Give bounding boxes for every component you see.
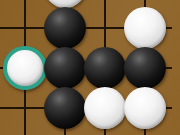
black-stone: [84, 47, 126, 89]
black-stone: [44, 87, 86, 129]
go-game-screenshot: [0, 0, 180, 135]
white-stone: [84, 87, 126, 129]
black-stone: [44, 7, 86, 49]
go-board[interactable]: [0, 0, 180, 135]
white-stone: [124, 7, 166, 49]
black-stone: [44, 47, 86, 89]
white-stone: [124, 87, 166, 129]
white-stone-last-move-highlight: [3, 46, 47, 90]
black-stone: [124, 47, 166, 89]
